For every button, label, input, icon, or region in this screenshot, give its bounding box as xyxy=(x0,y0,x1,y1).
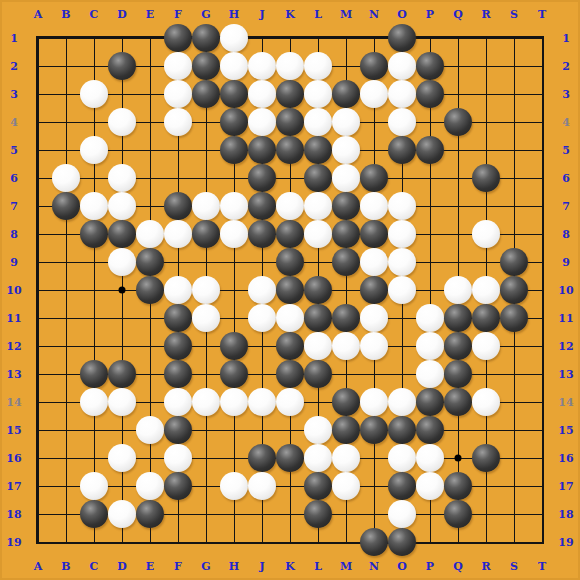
intersection-G7[interactable] xyxy=(192,192,220,220)
intersection-L6[interactable] xyxy=(304,164,332,192)
intersection-B7[interactable] xyxy=(52,192,80,220)
intersection-S8[interactable] xyxy=(500,220,528,248)
intersection-A19[interactable] xyxy=(24,528,52,556)
intersection-Q8[interactable] xyxy=(444,220,472,248)
black-stone-F12[interactable] xyxy=(164,332,192,360)
intersection-D13[interactable] xyxy=(108,360,136,388)
intersection-L15[interactable] xyxy=(304,416,332,444)
intersection-P13[interactable] xyxy=(416,360,444,388)
black-stone-K10[interactable] xyxy=(276,276,304,304)
white-stone-R8[interactable] xyxy=(472,220,500,248)
intersection-A15[interactable] xyxy=(24,416,52,444)
white-stone-F4[interactable] xyxy=(164,108,192,136)
intersection-D5[interactable] xyxy=(108,136,136,164)
intersection-C16[interactable] xyxy=(80,444,108,472)
intersection-K10[interactable] xyxy=(276,276,304,304)
intersection-A17[interactable] xyxy=(24,472,52,500)
intersection-H12[interactable] xyxy=(220,332,248,360)
intersection-K11[interactable] xyxy=(276,304,304,332)
white-stone-P13[interactable] xyxy=(416,360,444,388)
intersection-D9[interactable] xyxy=(108,248,136,276)
intersection-O1[interactable] xyxy=(388,24,416,52)
black-stone-F7[interactable] xyxy=(164,192,192,220)
intersection-R8[interactable] xyxy=(472,220,500,248)
intersection-M11[interactable] xyxy=(332,304,360,332)
intersection-S18[interactable] xyxy=(500,500,528,528)
intersection-H15[interactable] xyxy=(220,416,248,444)
intersection-P18[interactable] xyxy=(416,500,444,528)
intersection-Q18[interactable] xyxy=(444,500,472,528)
intersection-P7[interactable] xyxy=(416,192,444,220)
intersection-F13[interactable] xyxy=(164,360,192,388)
black-stone-G2[interactable] xyxy=(192,52,220,80)
white-stone-H2[interactable] xyxy=(220,52,248,80)
white-stone-N12[interactable] xyxy=(360,332,388,360)
intersection-P19[interactable] xyxy=(416,528,444,556)
intersection-P5[interactable] xyxy=(416,136,444,164)
intersection-J8[interactable] xyxy=(248,220,276,248)
intersection-H8[interactable] xyxy=(220,220,248,248)
intersection-E6[interactable] xyxy=(136,164,164,192)
white-stone-D9[interactable] xyxy=(108,248,136,276)
intersection-S5[interactable] xyxy=(500,136,528,164)
white-stone-H14[interactable] xyxy=(220,388,248,416)
intersection-K5[interactable] xyxy=(276,136,304,164)
intersection-M10[interactable] xyxy=(332,276,360,304)
intersection-T18[interactable] xyxy=(528,500,556,528)
intersection-C11[interactable] xyxy=(80,304,108,332)
intersection-P15[interactable] xyxy=(416,416,444,444)
white-stone-J10[interactable] xyxy=(248,276,276,304)
intersection-L18[interactable] xyxy=(304,500,332,528)
black-stone-F15[interactable] xyxy=(164,416,192,444)
black-stone-J5[interactable] xyxy=(248,136,276,164)
black-stone-M8[interactable] xyxy=(332,220,360,248)
intersection-Q4[interactable] xyxy=(444,108,472,136)
intersection-D4[interactable] xyxy=(108,108,136,136)
intersection-J16[interactable] xyxy=(248,444,276,472)
intersection-J9[interactable] xyxy=(248,248,276,276)
intersection-J1[interactable] xyxy=(248,24,276,52)
white-stone-F10[interactable] xyxy=(164,276,192,304)
intersection-Q9[interactable] xyxy=(444,248,472,276)
intersection-S15[interactable] xyxy=(500,416,528,444)
intersection-O15[interactable] xyxy=(388,416,416,444)
intersection-J12[interactable] xyxy=(248,332,276,360)
intersection-N7[interactable] xyxy=(360,192,388,220)
intersection-F10[interactable] xyxy=(164,276,192,304)
intersection-B3[interactable] xyxy=(52,80,80,108)
intersection-G18[interactable] xyxy=(192,500,220,528)
intersection-M4[interactable] xyxy=(332,108,360,136)
white-stone-L3[interactable] xyxy=(304,80,332,108)
black-stone-O19[interactable] xyxy=(388,528,416,556)
intersection-K16[interactable] xyxy=(276,444,304,472)
intersection-H19[interactable] xyxy=(220,528,248,556)
intersection-N8[interactable] xyxy=(360,220,388,248)
intersection-H7[interactable] xyxy=(220,192,248,220)
intersection-O18[interactable] xyxy=(388,500,416,528)
intersection-A4[interactable] xyxy=(24,108,52,136)
white-stone-J17[interactable] xyxy=(248,472,276,500)
intersection-R11[interactable] xyxy=(472,304,500,332)
intersection-R6[interactable] xyxy=(472,164,500,192)
white-stone-L15[interactable] xyxy=(304,416,332,444)
intersection-H2[interactable] xyxy=(220,52,248,80)
intersection-G8[interactable] xyxy=(192,220,220,248)
intersection-S11[interactable] xyxy=(500,304,528,332)
black-stone-P15[interactable] xyxy=(416,416,444,444)
black-stone-H12[interactable] xyxy=(220,332,248,360)
white-stone-J4[interactable] xyxy=(248,108,276,136)
black-stone-N15[interactable] xyxy=(360,416,388,444)
intersection-R10[interactable] xyxy=(472,276,500,304)
intersection-O9[interactable] xyxy=(388,248,416,276)
white-stone-J11[interactable] xyxy=(248,304,276,332)
intersection-P17[interactable] xyxy=(416,472,444,500)
intersection-T16[interactable] xyxy=(528,444,556,472)
intersection-O19[interactable] xyxy=(388,528,416,556)
intersection-C9[interactable] xyxy=(80,248,108,276)
black-stone-H3[interactable] xyxy=(220,80,248,108)
intersection-Q12[interactable] xyxy=(444,332,472,360)
white-stone-M12[interactable] xyxy=(332,332,360,360)
black-stone-N19[interactable] xyxy=(360,528,388,556)
intersection-Q13[interactable] xyxy=(444,360,472,388)
black-stone-L5[interactable] xyxy=(304,136,332,164)
intersection-F16[interactable] xyxy=(164,444,192,472)
white-stone-C3[interactable] xyxy=(80,80,108,108)
intersection-O14[interactable] xyxy=(388,388,416,416)
intersection-J3[interactable] xyxy=(248,80,276,108)
intersection-N12[interactable] xyxy=(360,332,388,360)
intersection-R15[interactable] xyxy=(472,416,500,444)
intersection-G15[interactable] xyxy=(192,416,220,444)
black-stone-C18[interactable] xyxy=(80,500,108,528)
intersection-C10[interactable] xyxy=(80,276,108,304)
intersection-T13[interactable] xyxy=(528,360,556,388)
intersection-B16[interactable] xyxy=(52,444,80,472)
white-stone-O14[interactable] xyxy=(388,388,416,416)
intersection-H13[interactable] xyxy=(220,360,248,388)
black-stone-F17[interactable] xyxy=(164,472,192,500)
black-stone-L10[interactable] xyxy=(304,276,332,304)
intersection-G13[interactable] xyxy=(192,360,220,388)
black-stone-J6[interactable] xyxy=(248,164,276,192)
white-stone-F14[interactable] xyxy=(164,388,192,416)
intersection-E10[interactable] xyxy=(136,276,164,304)
intersection-N11[interactable] xyxy=(360,304,388,332)
white-stone-O8[interactable] xyxy=(388,220,416,248)
intersection-S14[interactable] xyxy=(500,388,528,416)
intersection-N1[interactable] xyxy=(360,24,388,52)
intersection-D10[interactable] xyxy=(108,276,136,304)
intersection-P12[interactable] xyxy=(416,332,444,360)
black-stone-G8[interactable] xyxy=(192,220,220,248)
white-stone-F8[interactable] xyxy=(164,220,192,248)
intersection-O8[interactable] xyxy=(388,220,416,248)
black-stone-L18[interactable] xyxy=(304,500,332,528)
intersection-L1[interactable] xyxy=(304,24,332,52)
intersection-K9[interactable] xyxy=(276,248,304,276)
black-stone-D2[interactable] xyxy=(108,52,136,80)
intersection-L12[interactable] xyxy=(304,332,332,360)
white-stone-P12[interactable] xyxy=(416,332,444,360)
intersection-A6[interactable] xyxy=(24,164,52,192)
intersection-H6[interactable] xyxy=(220,164,248,192)
intersection-K2[interactable] xyxy=(276,52,304,80)
intersection-Q1[interactable] xyxy=(444,24,472,52)
black-stone-K4[interactable] xyxy=(276,108,304,136)
intersection-L4[interactable] xyxy=(304,108,332,136)
intersection-M15[interactable] xyxy=(332,416,360,444)
intersection-J11[interactable] xyxy=(248,304,276,332)
intersection-A11[interactable] xyxy=(24,304,52,332)
black-stone-C13[interactable] xyxy=(80,360,108,388)
intersection-N18[interactable] xyxy=(360,500,388,528)
intersection-C5[interactable] xyxy=(80,136,108,164)
white-stone-E8[interactable] xyxy=(136,220,164,248)
intersection-O11[interactable] xyxy=(388,304,416,332)
black-stone-P14[interactable] xyxy=(416,388,444,416)
black-stone-K16[interactable] xyxy=(276,444,304,472)
intersection-N5[interactable] xyxy=(360,136,388,164)
black-stone-L11[interactable] xyxy=(304,304,332,332)
white-stone-O2[interactable] xyxy=(388,52,416,80)
intersection-L2[interactable] xyxy=(304,52,332,80)
intersection-N13[interactable] xyxy=(360,360,388,388)
white-stone-N3[interactable] xyxy=(360,80,388,108)
intersection-S6[interactable] xyxy=(500,164,528,192)
intersection-R9[interactable] xyxy=(472,248,500,276)
white-stone-L8[interactable] xyxy=(304,220,332,248)
intersection-Q3[interactable] xyxy=(444,80,472,108)
black-stone-E10[interactable] xyxy=(136,276,164,304)
black-stone-L6[interactable] xyxy=(304,164,332,192)
intersection-B13[interactable] xyxy=(52,360,80,388)
intersection-M3[interactable] xyxy=(332,80,360,108)
intersection-B12[interactable] xyxy=(52,332,80,360)
intersection-D18[interactable] xyxy=(108,500,136,528)
white-stone-M6[interactable] xyxy=(332,164,360,192)
black-stone-J8[interactable] xyxy=(248,220,276,248)
white-stone-G7[interactable] xyxy=(192,192,220,220)
intersection-E16[interactable] xyxy=(136,444,164,472)
intersection-S9[interactable] xyxy=(500,248,528,276)
intersection-B6[interactable] xyxy=(52,164,80,192)
intersection-A7[interactable] xyxy=(24,192,52,220)
black-stone-R11[interactable] xyxy=(472,304,500,332)
intersection-C1[interactable] xyxy=(80,24,108,52)
intersection-D1[interactable] xyxy=(108,24,136,52)
black-stone-Q18[interactable] xyxy=(444,500,472,528)
intersection-S2[interactable] xyxy=(500,52,528,80)
black-stone-G3[interactable] xyxy=(192,80,220,108)
black-stone-Q17[interactable] xyxy=(444,472,472,500)
white-stone-H8[interactable] xyxy=(220,220,248,248)
intersection-C12[interactable] xyxy=(80,332,108,360)
intersection-B9[interactable] xyxy=(52,248,80,276)
intersection-O12[interactable] xyxy=(388,332,416,360)
white-stone-F3[interactable] xyxy=(164,80,192,108)
black-stone-O5[interactable] xyxy=(388,136,416,164)
intersection-A3[interactable] xyxy=(24,80,52,108)
white-stone-N9[interactable] xyxy=(360,248,388,276)
intersection-P6[interactable] xyxy=(416,164,444,192)
intersection-P14[interactable] xyxy=(416,388,444,416)
intersection-O5[interactable] xyxy=(388,136,416,164)
black-stone-L13[interactable] xyxy=(304,360,332,388)
intersection-T5[interactable] xyxy=(528,136,556,164)
intersection-R19[interactable] xyxy=(472,528,500,556)
intersection-S7[interactable] xyxy=(500,192,528,220)
black-stone-F13[interactable] xyxy=(164,360,192,388)
white-stone-O10[interactable] xyxy=(388,276,416,304)
intersection-P3[interactable] xyxy=(416,80,444,108)
intersection-B18[interactable] xyxy=(52,500,80,528)
intersection-T10[interactable] xyxy=(528,276,556,304)
intersection-C13[interactable] xyxy=(80,360,108,388)
black-stone-P5[interactable] xyxy=(416,136,444,164)
intersection-E3[interactable] xyxy=(136,80,164,108)
white-stone-D16[interactable] xyxy=(108,444,136,472)
intersection-H11[interactable] xyxy=(220,304,248,332)
intersection-O17[interactable] xyxy=(388,472,416,500)
intersection-T14[interactable] xyxy=(528,388,556,416)
intersection-F8[interactable] xyxy=(164,220,192,248)
intersection-E8[interactable] xyxy=(136,220,164,248)
white-stone-M16[interactable] xyxy=(332,444,360,472)
intersection-F1[interactable] xyxy=(164,24,192,52)
intersection-M6[interactable] xyxy=(332,164,360,192)
white-stone-J3[interactable] xyxy=(248,80,276,108)
intersection-E11[interactable] xyxy=(136,304,164,332)
intersection-M13[interactable] xyxy=(332,360,360,388)
intersection-B8[interactable] xyxy=(52,220,80,248)
intersection-T2[interactable] xyxy=(528,52,556,80)
intersection-L11[interactable] xyxy=(304,304,332,332)
intersection-B11[interactable] xyxy=(52,304,80,332)
intersection-E5[interactable] xyxy=(136,136,164,164)
white-stone-N11[interactable] xyxy=(360,304,388,332)
intersection-S10[interactable] xyxy=(500,276,528,304)
white-stone-F16[interactable] xyxy=(164,444,192,472)
intersection-H9[interactable] xyxy=(220,248,248,276)
intersection-L17[interactable] xyxy=(304,472,332,500)
intersection-M5[interactable] xyxy=(332,136,360,164)
intersection-N6[interactable] xyxy=(360,164,388,192)
black-stone-M9[interactable] xyxy=(332,248,360,276)
intersection-J7[interactable] xyxy=(248,192,276,220)
black-stone-H5[interactable] xyxy=(220,136,248,164)
intersection-L7[interactable] xyxy=(304,192,332,220)
white-stone-L12[interactable] xyxy=(304,332,332,360)
intersection-B4[interactable] xyxy=(52,108,80,136)
intersection-G17[interactable] xyxy=(192,472,220,500)
intersection-E14[interactable] xyxy=(136,388,164,416)
black-stone-S10[interactable] xyxy=(500,276,528,304)
intersection-A18[interactable] xyxy=(24,500,52,528)
intersection-O2[interactable] xyxy=(388,52,416,80)
black-stone-S11[interactable] xyxy=(500,304,528,332)
black-stone-N6[interactable] xyxy=(360,164,388,192)
white-stone-G14[interactable] xyxy=(192,388,220,416)
white-stone-H1[interactable] xyxy=(220,24,248,52)
intersection-C18[interactable] xyxy=(80,500,108,528)
intersection-R3[interactable] xyxy=(472,80,500,108)
intersection-J19[interactable] xyxy=(248,528,276,556)
white-stone-L7[interactable] xyxy=(304,192,332,220)
white-stone-K2[interactable] xyxy=(276,52,304,80)
intersection-O7[interactable] xyxy=(388,192,416,220)
intersection-T7[interactable] xyxy=(528,192,556,220)
white-stone-C7[interactable] xyxy=(80,192,108,220)
black-stone-G1[interactable] xyxy=(192,24,220,52)
white-stone-C5[interactable] xyxy=(80,136,108,164)
intersection-C6[interactable] xyxy=(80,164,108,192)
intersection-T8[interactable] xyxy=(528,220,556,248)
intersection-A10[interactable] xyxy=(24,276,52,304)
intersection-K8[interactable] xyxy=(276,220,304,248)
white-stone-O18[interactable] xyxy=(388,500,416,528)
white-stone-R10[interactable] xyxy=(472,276,500,304)
black-stone-Q4[interactable] xyxy=(444,108,472,136)
intersection-C19[interactable] xyxy=(80,528,108,556)
intersection-B15[interactable] xyxy=(52,416,80,444)
intersection-L9[interactable] xyxy=(304,248,332,276)
intersection-C14[interactable] xyxy=(80,388,108,416)
black-stone-P3[interactable] xyxy=(416,80,444,108)
intersection-Q5[interactable] xyxy=(444,136,472,164)
intersection-K15[interactable] xyxy=(276,416,304,444)
intersection-D6[interactable] xyxy=(108,164,136,192)
white-stone-M17[interactable] xyxy=(332,472,360,500)
intersection-D19[interactable] xyxy=(108,528,136,556)
white-stone-J14[interactable] xyxy=(248,388,276,416)
intersection-M9[interactable] xyxy=(332,248,360,276)
intersection-N17[interactable] xyxy=(360,472,388,500)
black-stone-N2[interactable] xyxy=(360,52,388,80)
white-stone-B6[interactable] xyxy=(52,164,80,192)
black-stone-M14[interactable] xyxy=(332,388,360,416)
intersection-K14[interactable] xyxy=(276,388,304,416)
intersection-A1[interactable] xyxy=(24,24,52,52)
intersection-O6[interactable] xyxy=(388,164,416,192)
intersection-H17[interactable] xyxy=(220,472,248,500)
white-stone-C14[interactable] xyxy=(80,388,108,416)
intersection-R12[interactable] xyxy=(472,332,500,360)
intersection-K12[interactable] xyxy=(276,332,304,360)
white-stone-N7[interactable] xyxy=(360,192,388,220)
intersection-O3[interactable] xyxy=(388,80,416,108)
white-stone-H7[interactable] xyxy=(220,192,248,220)
intersection-S16[interactable] xyxy=(500,444,528,472)
intersection-Q6[interactable] xyxy=(444,164,472,192)
white-stone-R12[interactable] xyxy=(472,332,500,360)
intersection-G19[interactable] xyxy=(192,528,220,556)
intersection-N10[interactable] xyxy=(360,276,388,304)
black-stone-E18[interactable] xyxy=(136,500,164,528)
intersection-K17[interactable] xyxy=(276,472,304,500)
intersection-H5[interactable] xyxy=(220,136,248,164)
intersection-J5[interactable] xyxy=(248,136,276,164)
intersection-D12[interactable] xyxy=(108,332,136,360)
intersection-J14[interactable] xyxy=(248,388,276,416)
black-stone-Q13[interactable] xyxy=(444,360,472,388)
intersection-E13[interactable] xyxy=(136,360,164,388)
intersection-A12[interactable] xyxy=(24,332,52,360)
intersection-G5[interactable] xyxy=(192,136,220,164)
